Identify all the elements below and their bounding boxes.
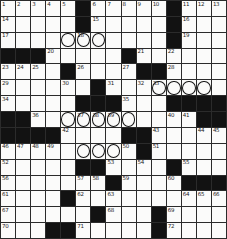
clue-number: 22 (168, 48, 174, 55)
grid-cell[interactable]: 64 (182, 191, 196, 206)
grid-cell[interactable] (122, 223, 136, 238)
grid-cell[interactable] (122, 80, 136, 95)
grid-cell[interactable]: 34 (1, 96, 15, 111)
grid-cell[interactable] (46, 160, 60, 175)
grid-cell[interactable] (137, 112, 151, 127)
grid-cell[interactable] (31, 17, 45, 32)
grid-cell[interactable]: 54 (137, 160, 151, 175)
grid-cell[interactable] (106, 49, 120, 64)
crossword-puzzle: 1234567891011121314151617181920212223242… (0, 0, 227, 239)
clue-number: 25 (32, 64, 38, 71)
black-cell (91, 96, 105, 111)
grid-cell[interactable]: 31 (106, 80, 120, 95)
circled-cell[interactable]: 33 (152, 80, 166, 95)
grid-cell[interactable] (182, 223, 196, 238)
clue-number: 19 (183, 32, 189, 39)
black-cell (122, 49, 136, 64)
clue-number: 65 (198, 191, 204, 198)
grid-cell[interactable] (182, 49, 196, 64)
clue-number: 31 (107, 80, 113, 87)
black-cell (152, 207, 166, 222)
grid-cell[interactable] (16, 207, 30, 222)
black-cell (197, 176, 211, 191)
grid-cell[interactable] (152, 49, 166, 64)
clue-number: 59 (123, 175, 129, 182)
black-cell (167, 33, 181, 48)
grid-cell[interactable] (182, 128, 196, 143)
grid-cell[interactable]: 69 (167, 207, 181, 222)
clue-number: 35 (123, 96, 129, 103)
grid-cell[interactable]: 61 (1, 191, 15, 206)
grid-cell[interactable] (61, 144, 75, 159)
grid-cell[interactable] (31, 207, 45, 222)
black-cell (212, 176, 226, 191)
grid-cell[interactable] (16, 160, 30, 175)
grid-cell[interactable] (152, 112, 166, 127)
grid-cell[interactable] (167, 128, 181, 143)
grid-cell[interactable] (197, 160, 211, 175)
grid-cell[interactable]: 1 (1, 1, 15, 16)
grid-cell[interactable] (137, 96, 151, 111)
grid-cell[interactable] (182, 144, 196, 159)
grid-cell[interactable]: 70 (1, 223, 15, 238)
grid-cell[interactable]: 20 (46, 49, 60, 64)
grid-cell[interactable]: 16 (182, 17, 196, 32)
grid-cell[interactable]: 62 (76, 191, 90, 206)
black-cell (106, 96, 120, 111)
black-cell (197, 96, 211, 111)
clue-number: 64 (183, 191, 189, 198)
black-cell (167, 17, 181, 32)
grid-cell[interactable] (46, 112, 60, 127)
grid-cell[interactable]: 66 (212, 191, 226, 206)
clue-number: 7 (107, 1, 110, 8)
circled-cell[interactable] (167, 80, 181, 95)
grid-cell[interactable] (16, 80, 30, 95)
grid-cell[interactable]: 51 (152, 144, 166, 159)
black-cell (91, 207, 105, 222)
grid-cell[interactable] (46, 176, 60, 191)
clue-number: 69 (168, 207, 174, 214)
grid-cell[interactable]: 8 (122, 1, 136, 16)
clue-number: 47 (17, 143, 23, 150)
circled-cell[interactable] (182, 80, 196, 95)
grid-cell[interactable]: 48 (31, 144, 45, 159)
grid-cell[interactable]: 9 (137, 1, 151, 16)
black-cell (76, 96, 90, 111)
black-cell (16, 49, 30, 64)
grid-cell[interactable] (152, 17, 166, 32)
clue-number: 72 (168, 223, 174, 230)
grid-cell[interactable] (91, 64, 105, 79)
grid-cell[interactable]: 72 (167, 223, 181, 238)
circled-cell[interactable] (61, 33, 75, 48)
clue-number: 14 (2, 16, 8, 23)
grid-cell[interactable] (106, 33, 120, 48)
clue-number: 61 (2, 191, 8, 198)
black-cell (76, 17, 90, 32)
black-cell (1, 128, 15, 143)
grid-cell[interactable]: 58 (91, 176, 105, 191)
grid-cell[interactable] (31, 191, 45, 206)
grid-cell[interactable] (31, 33, 45, 48)
grid-cell[interactable] (61, 17, 75, 32)
grid-cell[interactable]: 7 (106, 1, 120, 16)
black-cell (61, 191, 75, 206)
clue-number: 60 (168, 175, 174, 182)
grid-cell[interactable] (197, 64, 211, 79)
grid-cell[interactable] (46, 64, 60, 79)
clue-number: 43 (153, 127, 159, 134)
grid-cell[interactable]: 47 (16, 144, 30, 159)
clue-number: 15 (92, 16, 98, 23)
grid-cell[interactable]: 56 (1, 176, 15, 191)
clue-number: 44 (198, 127, 204, 134)
clue-number: 57 (77, 175, 83, 182)
grid-cell[interactable] (212, 33, 226, 48)
clue-number: 41 (183, 112, 189, 119)
grid-cell[interactable] (16, 33, 30, 48)
grid-cell[interactable] (137, 33, 151, 48)
clue-number: 55 (183, 159, 189, 166)
black-cell (31, 49, 45, 64)
grid-cell[interactable] (61, 96, 75, 111)
grid-cell[interactable] (122, 191, 136, 206)
crossword-board: 1234567891011121314151617181920212223242… (0, 0, 227, 239)
grid-cell[interactable]: 49 (46, 144, 60, 159)
grid-cell[interactable] (46, 17, 60, 32)
black-cell (122, 128, 136, 143)
clue-number: 67 (2, 207, 8, 214)
clue-number: 52 (2, 159, 8, 166)
black-cell (91, 80, 105, 95)
grid-cell[interactable]: 28 (167, 64, 181, 79)
grid-cell[interactable] (167, 191, 181, 206)
circled-cell[interactable] (91, 144, 105, 159)
clue-number: 3 (32, 1, 35, 8)
grid-cell[interactable]: 30 (61, 80, 75, 95)
clue-number: 34 (2, 96, 8, 103)
grid-cell[interactable] (152, 176, 166, 191)
grid-cell[interactable] (122, 160, 136, 175)
grid-cell[interactable] (152, 160, 166, 175)
grid-cell[interactable] (152, 33, 166, 48)
grid-cell[interactable] (122, 207, 136, 222)
black-cell (137, 64, 151, 79)
clue-number: 17 (2, 32, 8, 39)
grid-cell[interactable]: 46 (1, 144, 15, 159)
grid-cell[interactable] (197, 207, 211, 222)
black-cell (1, 49, 15, 64)
clue-number: 54 (138, 159, 144, 166)
circled-cell[interactable] (76, 144, 90, 159)
black-cell (167, 96, 181, 111)
grid-cell[interactable] (212, 49, 226, 64)
grid-cell[interactable]: 27 (122, 64, 136, 79)
clue-number: 6 (92, 1, 95, 8)
grid-cell[interactable]: 40 (167, 112, 181, 127)
grid-cell[interactable] (212, 144, 226, 159)
grid-cell[interactable] (76, 80, 90, 95)
clue-number: 24 (17, 64, 23, 71)
grid-cell[interactable]: 22 (167, 49, 181, 64)
grid-cell[interactable] (106, 128, 120, 143)
grid-cell[interactable]: 15 (91, 17, 105, 32)
grid-cell[interactable] (76, 128, 90, 143)
black-cell (137, 144, 151, 159)
grid-cell[interactable]: 52 (1, 160, 15, 175)
grid-cell[interactable] (212, 223, 226, 238)
grid-cell[interactable] (46, 207, 60, 222)
clue-number: 16 (183, 16, 189, 23)
clue-number: 46 (2, 143, 8, 150)
grid-cell[interactable] (31, 96, 45, 111)
black-cell (1, 112, 15, 127)
grid-cell[interactable]: 43 (152, 128, 166, 143)
grid-cell[interactable] (76, 49, 90, 64)
circled-cell[interactable]: 38 (91, 112, 105, 127)
clue-number: 20 (47, 48, 53, 55)
circled-cell[interactable] (91, 33, 105, 48)
grid-cell[interactable] (91, 128, 105, 143)
clue-number: 2 (17, 1, 20, 8)
clue-number: 1 (2, 1, 5, 8)
clue-number: 56 (2, 175, 8, 182)
grid-cell[interactable] (167, 144, 181, 159)
circled-cell[interactable] (197, 80, 211, 95)
grid-cell[interactable] (152, 96, 166, 111)
clue-number: 71 (77, 223, 83, 230)
clue-number: 42 (62, 127, 68, 134)
grid-cell[interactable]: 17 (1, 33, 15, 48)
clue-number: 68 (107, 207, 113, 214)
grid-cell[interactable] (197, 144, 211, 159)
grid-cell[interactable]: 36 (31, 112, 45, 127)
clue-number: 23 (2, 64, 8, 71)
grid-cell[interactable]: 44 (197, 128, 211, 143)
clue-number: 62 (77, 191, 83, 198)
black-cell (152, 64, 166, 79)
grid-cell[interactable] (212, 64, 226, 79)
clue-number: 12 (198, 1, 204, 8)
grid-cell[interactable] (91, 191, 105, 206)
grid-cell[interactable] (76, 207, 90, 222)
black-cell (46, 128, 60, 143)
grid-cell[interactable]: 67 (1, 207, 15, 222)
grid-cell[interactable]: 59 (122, 176, 136, 191)
clue-number: 51 (153, 143, 159, 150)
clue-number: 29 (2, 80, 8, 87)
clue-number: 5 (62, 1, 65, 8)
circled-cell[interactable]: 18 (76, 33, 90, 48)
clue-number: 4 (47, 1, 50, 8)
clue-number: 48 (32, 143, 38, 150)
clue-number: 49 (47, 143, 53, 150)
grid-cell[interactable] (61, 207, 75, 222)
clue-number: 28 (168, 64, 174, 71)
grid-cell[interactable] (152, 191, 166, 206)
grid-cell[interactable] (212, 207, 226, 222)
grid-cell[interactable] (16, 96, 30, 111)
grid-cell[interactable] (31, 223, 45, 238)
grid-cell[interactable]: 5 (61, 1, 75, 16)
grid-cell[interactable] (137, 191, 151, 206)
grid-cell[interactable] (122, 33, 136, 48)
grid-cell[interactable] (212, 80, 226, 95)
grid-cell[interactable] (212, 160, 226, 175)
grid-cell[interactable] (106, 64, 120, 79)
grid-cell[interactable]: 12 (197, 1, 211, 16)
grid-cell[interactable] (197, 17, 211, 32)
grid-cell[interactable] (91, 223, 105, 238)
grid-cell[interactable]: 41 (182, 112, 196, 127)
black-cell (31, 128, 45, 143)
grid-cell[interactable]: 42 (61, 128, 75, 143)
grid-cell[interactable] (16, 17, 30, 32)
grid-cell[interactable] (137, 17, 151, 32)
grid-cell[interactable]: 4 (46, 1, 60, 16)
black-cell (16, 128, 30, 143)
grid-cell[interactable]: 35 (122, 96, 136, 111)
grid-cell[interactable] (106, 223, 120, 238)
clue-number: 39 (107, 112, 113, 119)
black-cell (152, 223, 166, 238)
grid-cell[interactable] (61, 160, 75, 175)
clue-number: 26 (77, 64, 83, 71)
grid-cell[interactable]: 24 (16, 64, 30, 79)
clue-number: 58 (92, 175, 98, 182)
black-cell (76, 160, 90, 175)
grid-cell[interactable] (137, 207, 151, 222)
clue-number: 21 (138, 48, 144, 55)
grid-cell[interactable]: 29 (1, 80, 15, 95)
grid-cell[interactable]: 14 (1, 17, 15, 32)
grid-cell[interactable]: 55 (182, 160, 196, 175)
grid-cell[interactable]: 19 (182, 33, 196, 48)
clue-number: 66 (213, 191, 219, 198)
circled-cell[interactable] (122, 112, 136, 127)
grid-cell[interactable]: 60 (167, 176, 181, 191)
grid-cell[interactable]: 10 (152, 1, 166, 16)
clue-number: 50 (123, 143, 129, 150)
grid-cell[interactable]: 68 (106, 207, 120, 222)
clue-number: 10 (153, 1, 159, 8)
black-cell (76, 1, 90, 16)
clue-number: 11 (183, 1, 189, 8)
black-cell (106, 176, 120, 191)
grid-cell[interactable] (46, 96, 60, 111)
grid-cell[interactable] (31, 176, 45, 191)
black-cell (212, 96, 226, 111)
grid-cell[interactable] (182, 207, 196, 222)
black-cell (212, 112, 226, 127)
clue-number: 45 (213, 127, 219, 134)
grid-cell[interactable]: 63 (106, 191, 120, 206)
clue-number: 70 (2, 223, 8, 230)
clue-number: 38 (92, 112, 98, 119)
clue-number: 32 (138, 80, 144, 87)
grid-cell[interactable]: 3 (31, 1, 45, 16)
grid-cell[interactable]: 13 (212, 1, 226, 16)
clue-number: 37 (77, 112, 83, 119)
black-cell (91, 160, 105, 175)
clue-number: 63 (107, 191, 113, 198)
black-cell (46, 223, 60, 238)
grid-cell[interactable] (91, 49, 105, 64)
grid-cell[interactable] (31, 160, 45, 175)
grid-cell[interactable]: 32 (137, 80, 151, 95)
grid-cell[interactable] (197, 33, 211, 48)
grid-cell[interactable]: 65 (197, 191, 211, 206)
grid-cell[interactable] (197, 223, 211, 238)
grid-cell[interactable] (137, 223, 151, 238)
black-cell (61, 223, 75, 238)
clue-number: 33 (153, 80, 159, 87)
black-cell (167, 1, 181, 16)
black-cell (137, 128, 151, 143)
grid-cell[interactable] (137, 176, 151, 191)
grid-cell[interactable]: 71 (76, 223, 90, 238)
grid-cell[interactable]: 45 (212, 128, 226, 143)
grid-cell[interactable]: 26 (76, 64, 90, 79)
black-cell (167, 160, 181, 175)
grid-cell[interactable]: 6 (91, 1, 105, 16)
clue-number: 18 (77, 32, 83, 39)
grid-cell[interactable]: 2 (16, 1, 30, 16)
grid-cell[interactable] (122, 17, 136, 32)
clue-number: 9 (138, 1, 141, 8)
circled-cell[interactable]: 39 (106, 112, 120, 127)
clue-number: 27 (123, 64, 129, 71)
black-cell (61, 64, 75, 79)
grid-cell[interactable] (31, 80, 45, 95)
grid-cell[interactable]: 21 (137, 49, 151, 64)
grid-cell[interactable] (106, 17, 120, 32)
grid-cell[interactable] (46, 33, 60, 48)
grid-cell[interactable]: 57 (76, 176, 90, 191)
grid-cell[interactable] (16, 223, 30, 238)
clue-number: 30 (62, 80, 68, 87)
clue-number: 40 (168, 112, 174, 119)
grid-cell[interactable] (46, 191, 60, 206)
grid-cell[interactable] (182, 64, 196, 79)
grid-cell[interactable] (16, 176, 30, 191)
black-cell (197, 112, 211, 127)
grid-cell[interactable] (16, 191, 30, 206)
grid-cell[interactable] (61, 49, 75, 64)
grid-cell[interactable] (46, 80, 60, 95)
black-cell (16, 112, 30, 127)
grid-cell[interactable] (61, 176, 75, 191)
grid-cell[interactable] (197, 49, 211, 64)
black-cell (182, 96, 196, 111)
clue-number: 36 (32, 112, 38, 119)
grid-cell[interactable] (212, 17, 226, 32)
circled-cell[interactable] (61, 112, 75, 127)
clue-number: 8 (123, 1, 126, 8)
circled-cell[interactable] (106, 144, 120, 159)
clue-number: 53 (107, 159, 113, 166)
circled-cell[interactable]: 37 (76, 112, 90, 127)
grid-cell[interactable]: 25 (31, 64, 45, 79)
grid-cell[interactable]: 23 (1, 64, 15, 79)
black-cell (182, 176, 196, 191)
clue-number: 13 (213, 1, 219, 8)
grid-cell[interactable]: 50 (122, 144, 136, 159)
grid-cell[interactable]: 53 (106, 160, 120, 175)
grid-cell[interactable]: 11 (182, 1, 196, 16)
